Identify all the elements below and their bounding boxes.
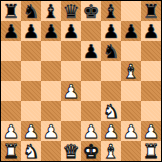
chess-board: ♜♞♝♛♚♝♜♟♟♟♟♟♟♟♟♞♝♟♞♟♟♟♟♟♟♟♜♞♛♚♝♜ (1, 1, 161, 161)
square-h2[interactable]: ♟ (141, 121, 161, 141)
black-king-icon[interactable]: ♚ (82, 1, 99, 21)
square-b6[interactable] (21, 41, 41, 61)
white-pawn-icon[interactable]: ♟ (22, 121, 39, 141)
white-knight-icon[interactable]: ♞ (102, 101, 119, 121)
black-pawn-icon[interactable]: ♟ (122, 21, 139, 41)
square-g2[interactable]: ♟ (121, 121, 141, 141)
square-f6[interactable]: ♞ (101, 41, 121, 61)
square-b7[interactable]: ♟ (21, 21, 41, 41)
white-knight-icon[interactable]: ♞ (22, 141, 39, 161)
square-f7[interactable]: ♟ (101, 21, 121, 41)
square-f4[interactable] (101, 81, 121, 101)
white-pawn-icon[interactable]: ♟ (102, 121, 119, 141)
square-c2[interactable]: ♟ (41, 121, 61, 141)
square-g6[interactable] (121, 41, 141, 61)
square-e3[interactable] (81, 101, 101, 121)
white-pawn-icon[interactable]: ♟ (82, 121, 99, 141)
square-h3[interactable] (141, 101, 161, 121)
square-f2[interactable]: ♟ (101, 121, 121, 141)
square-c6[interactable] (41, 41, 61, 61)
square-d1[interactable]: ♛ (61, 141, 81, 161)
square-c8[interactable]: ♝ (41, 1, 61, 21)
black-rook-icon[interactable]: ♜ (142, 1, 159, 21)
black-knight-icon[interactable]: ♞ (22, 1, 39, 21)
square-c4[interactable] (41, 81, 61, 101)
square-g4[interactable] (121, 81, 141, 101)
square-b3[interactable] (21, 101, 41, 121)
square-h4[interactable] (141, 81, 161, 101)
square-e8[interactable]: ♚ (81, 1, 101, 21)
black-pawn-icon[interactable]: ♟ (102, 21, 119, 41)
black-pawn-icon[interactable]: ♟ (2, 21, 19, 41)
white-rook-icon[interactable]: ♜ (142, 141, 159, 161)
square-g3[interactable] (121, 101, 141, 121)
square-d4[interactable]: ♟ (61, 81, 81, 101)
black-pawn-icon[interactable]: ♟ (42, 21, 59, 41)
square-b4[interactable] (21, 81, 41, 101)
square-a6[interactable] (1, 41, 21, 61)
square-e2[interactable]: ♟ (81, 121, 101, 141)
black-pawn-icon[interactable]: ♟ (22, 21, 39, 41)
white-king-icon[interactable]: ♚ (82, 141, 99, 161)
black-pawn-icon[interactable]: ♟ (62, 21, 79, 41)
square-a3[interactable] (1, 101, 21, 121)
white-pawn-icon[interactable]: ♟ (122, 121, 139, 141)
square-d3[interactable] (61, 101, 81, 121)
square-h8[interactable]: ♜ (141, 1, 161, 21)
white-pawn-icon[interactable]: ♟ (142, 121, 159, 141)
square-d5[interactable] (61, 61, 81, 81)
white-pawn-icon[interactable]: ♟ (2, 121, 19, 141)
square-f8[interactable]: ♝ (101, 1, 121, 21)
square-g1[interactable] (121, 141, 141, 161)
white-pawn-icon[interactable]: ♟ (42, 121, 59, 141)
white-bishop-icon[interactable]: ♝ (122, 61, 139, 81)
square-d6[interactable] (61, 41, 81, 61)
square-e1[interactable]: ♚ (81, 141, 101, 161)
square-h7[interactable]: ♟ (141, 21, 161, 41)
square-b5[interactable] (21, 61, 41, 81)
white-rook-icon[interactable]: ♜ (2, 141, 19, 161)
white-pawn-icon[interactable]: ♟ (62, 81, 79, 101)
square-a2[interactable]: ♟ (1, 121, 21, 141)
square-e4[interactable] (81, 81, 101, 101)
square-d2[interactable] (61, 121, 81, 141)
square-c7[interactable]: ♟ (41, 21, 61, 41)
square-g8[interactable] (121, 1, 141, 21)
square-b1[interactable]: ♞ (21, 141, 41, 161)
square-a8[interactable]: ♜ (1, 1, 21, 21)
black-knight-icon[interactable]: ♞ (102, 41, 119, 61)
square-a7[interactable]: ♟ (1, 21, 21, 41)
square-d8[interactable]: ♛ (61, 1, 81, 21)
square-a4[interactable] (1, 81, 21, 101)
square-h1[interactable]: ♜ (141, 141, 161, 161)
square-e5[interactable] (81, 61, 101, 81)
black-queen-icon[interactable]: ♛ (62, 1, 79, 21)
square-a1[interactable]: ♜ (1, 141, 21, 161)
square-a5[interactable] (1, 61, 21, 81)
square-h5[interactable] (141, 61, 161, 81)
square-e6[interactable]: ♟ (81, 41, 101, 61)
square-b8[interactable]: ♞ (21, 1, 41, 21)
white-queen-icon[interactable]: ♛ (62, 141, 79, 161)
black-pawn-icon[interactable]: ♟ (142, 21, 159, 41)
square-b2[interactable]: ♟ (21, 121, 41, 141)
chess-board-frame: ♜♞♝♛♚♝♜♟♟♟♟♟♟♟♟♞♝♟♞♟♟♟♟♟♟♟♜♞♛♚♝♜ (0, 0, 162, 162)
square-f5[interactable] (101, 61, 121, 81)
black-rook-icon[interactable]: ♜ (2, 1, 19, 21)
square-g5[interactable]: ♝ (121, 61, 141, 81)
square-c5[interactable] (41, 61, 61, 81)
square-f3[interactable]: ♞ (101, 101, 121, 121)
square-g7[interactable]: ♟ (121, 21, 141, 41)
black-bishop-icon[interactable]: ♝ (102, 1, 119, 21)
square-c1[interactable] (41, 141, 61, 161)
square-d7[interactable]: ♟ (61, 21, 81, 41)
black-bishop-icon[interactable]: ♝ (42, 1, 59, 21)
black-pawn-icon[interactable]: ♟ (82, 41, 99, 61)
square-h6[interactable] (141, 41, 161, 61)
square-f1[interactable]: ♝ (101, 141, 121, 161)
white-bishop-icon[interactable]: ♝ (102, 141, 119, 161)
square-c3[interactable] (41, 101, 61, 121)
square-e7[interactable] (81, 21, 101, 41)
